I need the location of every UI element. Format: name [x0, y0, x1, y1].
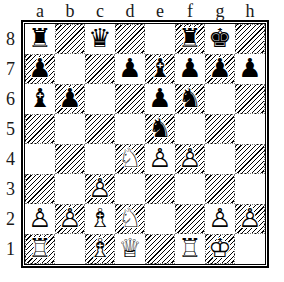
white-queen-icon: ♛♕: [115, 234, 145, 264]
piece-fill-layer: ♟: [115, 54, 145, 84]
piece-glyph: ♟: [175, 54, 205, 84]
piece-fill-layer: ♟: [236, 205, 264, 233]
piece-glyph: ♕: [115, 234, 145, 264]
white-bishop-icon: ♝♗: [86, 235, 114, 263]
rank-label-6: 6: [0, 84, 21, 114]
black-bishop-icon: ♝♝: [146, 55, 174, 83]
black-pawn-icon: ♟♟: [235, 54, 265, 84]
square-h5[interactable]: [235, 114, 265, 144]
piece-fill-layer: ♜: [175, 234, 205, 264]
square-d3[interactable]: [115, 174, 145, 204]
black-king-icon: ♚♚: [205, 24, 235, 54]
square-f4[interactable]: ♟♙: [175, 144, 205, 174]
file-label-b: b: [55, 2, 85, 20]
piece-glyph: ♟: [235, 54, 265, 84]
piece-fill-layer: ♛: [115, 234, 145, 264]
square-f8[interactable]: ♜♜: [175, 24, 205, 54]
white-knight-icon: ♞♘: [116, 205, 144, 233]
board-grid: ♜♜♛♛♜♜♚♚♟♟♟♟♝♝♟♟♟♟♟♟♝♝♟♟♟♟♞♞♞♞♞♘♟♙♟♙♟♙♟♙…: [25, 24, 265, 264]
black-pawn-icon: ♟♟: [145, 84, 175, 114]
piece-glyph: ♙: [25, 204, 55, 234]
piece-glyph: ♙: [145, 144, 175, 174]
piece-glyph: ♙: [205, 204, 235, 234]
piece-glyph: ♚: [205, 24, 235, 54]
square-f1[interactable]: ♜♖: [175, 234, 205, 264]
square-h2[interactable]: ♟♙: [235, 204, 265, 234]
white-bishop-icon: ♝♗: [85, 204, 115, 234]
square-b2[interactable]: ♟♙: [55, 204, 85, 234]
black-pawn-icon: ♟♟: [115, 54, 145, 84]
file-label-c: c: [85, 2, 115, 20]
white-rook-icon: ♜♖: [175, 234, 205, 264]
piece-glyph: ♟: [56, 85, 84, 113]
white-pawn-icon: ♟♙: [205, 204, 235, 234]
square-c1[interactable]: ♝♗: [85, 234, 115, 264]
square-e7[interactable]: ♝♝: [145, 54, 175, 84]
black-pawn-icon: ♟♟: [206, 55, 234, 83]
piece-fill-layer: ♞: [146, 115, 174, 143]
square-a8[interactable]: ♜♜: [25, 24, 55, 54]
square-e4[interactable]: ♟♙: [145, 144, 175, 174]
rank-label-1: 1: [0, 234, 21, 264]
square-g8[interactable]: ♚♚: [205, 24, 235, 54]
white-knight-icon: ♞♘: [116, 145, 144, 173]
rank-label-5: 5: [0, 114, 21, 144]
square-d2[interactable]: ♞♘: [115, 204, 145, 234]
file-label-g: g: [205, 2, 235, 20]
square-c4[interactable]: [85, 144, 115, 174]
rank-label-2: 2: [0, 204, 21, 234]
square-a7[interactable]: ♟♟: [25, 54, 55, 84]
square-g2[interactable]: ♟♙: [205, 204, 235, 234]
square-e1[interactable]: [145, 234, 175, 264]
chess-diagram: abcdefgh 87654321 ♜♜♛♛♜♜♚♚♟♟♟♟♝♝♟♟♟♟♟♟♝♝…: [0, 0, 284, 282]
white-pawn-icon: ♟♙: [236, 205, 264, 233]
square-f7[interactable]: ♟♟: [175, 54, 205, 84]
piece-glyph: ♜: [25, 24, 55, 54]
square-c2[interactable]: ♝♗: [85, 204, 115, 234]
white-pawn-icon: ♟♙: [176, 145, 204, 173]
piece-fill-layer: ♜: [25, 24, 55, 54]
piece-glyph: ♞: [176, 85, 204, 113]
square-c8[interactable]: ♛♛: [85, 24, 115, 54]
square-h4[interactable]: [235, 144, 265, 174]
piece-fill-layer: ♟: [205, 204, 235, 234]
file-label-a: a: [25, 2, 55, 20]
square-d7[interactable]: ♟♟: [115, 54, 145, 84]
square-d8[interactable]: [115, 24, 145, 54]
piece-glyph: ♙: [86, 175, 114, 203]
square-d4[interactable]: ♞♘: [115, 144, 145, 174]
square-h6[interactable]: [235, 84, 265, 114]
file-labels: abcdefgh: [25, 0, 284, 20]
square-a4[interactable]: [25, 144, 55, 174]
piece-fill-layer: ♟: [235, 54, 265, 84]
square-e2[interactable]: [145, 204, 175, 234]
square-a5[interactable]: [25, 114, 55, 144]
square-a1[interactable]: ♜♖: [25, 234, 55, 264]
piece-fill-layer: ♝: [146, 55, 174, 83]
piece-fill-layer: ♝: [85, 204, 115, 234]
square-c7[interactable]: [85, 54, 115, 84]
piece-fill-layer: ♟: [176, 145, 204, 173]
square-g1[interactable]: ♚♔: [205, 234, 235, 264]
square-e6[interactable]: ♟♟: [145, 84, 175, 114]
rank-label-4: 4: [0, 144, 21, 174]
square-b1[interactable]: [55, 234, 85, 264]
square-c5[interactable]: [85, 114, 115, 144]
square-h1[interactable]: [235, 234, 265, 264]
file-label-h: h: [235, 2, 265, 20]
piece-fill-layer: ♟: [175, 54, 205, 84]
black-pawn-icon: ♟♟: [175, 54, 205, 84]
square-f5[interactable]: [175, 114, 205, 144]
square-d1[interactable]: ♛♕: [115, 234, 145, 264]
square-c6[interactable]: [85, 84, 115, 114]
square-e5[interactable]: ♞♞: [145, 114, 175, 144]
square-f3[interactable]: [175, 174, 205, 204]
piece-glyph: ♗: [85, 204, 115, 234]
piece-glyph: ♝: [146, 55, 174, 83]
square-e8[interactable]: [145, 24, 175, 54]
piece-glyph: ♟: [115, 54, 145, 84]
square-a6[interactable]: ♝♝: [25, 84, 55, 114]
piece-glyph: ♙: [176, 145, 204, 173]
black-knight-icon: ♞♞: [146, 115, 174, 143]
board-inner-frame: ♜♜♛♛♜♜♚♚♟♟♟♟♝♝♟♟♟♟♟♟♝♝♟♟♟♟♞♞♞♞♞♘♟♙♟♙♟♙♟♙…: [24, 23, 266, 265]
rank-label-3: 3: [0, 174, 21, 204]
piece-glyph: ♖: [26, 235, 54, 263]
piece-fill-layer: ♜: [26, 235, 54, 263]
square-b4[interactable]: [55, 144, 85, 174]
black-queen-icon: ♛♛: [85, 24, 115, 54]
piece-fill-layer: ♜: [176, 25, 204, 53]
white-pawn-icon: ♟♙: [86, 175, 114, 203]
piece-fill-layer: ♞: [116, 145, 144, 173]
white-king-icon: ♚♔: [206, 235, 234, 263]
piece-glyph: ♖: [175, 234, 205, 264]
piece-glyph: ♘: [116, 145, 144, 173]
piece-fill-layer: ♝: [25, 84, 55, 114]
square-f2[interactable]: [175, 204, 205, 234]
piece-glyph: ♙: [56, 205, 84, 233]
piece-glyph: ♟: [26, 55, 54, 83]
piece-fill-layer: ♞: [176, 85, 204, 113]
square-g6[interactable]: [205, 84, 235, 114]
white-pawn-icon: ♟♙: [56, 205, 84, 233]
piece-fill-layer: ♚: [205, 24, 235, 54]
black-rook-icon: ♜♜: [25, 24, 55, 54]
file-label-d: d: [115, 2, 145, 20]
black-pawn-icon: ♟♟: [56, 85, 84, 113]
piece-fill-layer: ♟: [56, 205, 84, 233]
piece-fill-layer: ♟: [145, 144, 175, 174]
square-h7[interactable]: ♟♟: [235, 54, 265, 84]
file-label-f: f: [175, 2, 205, 20]
piece-glyph: ♙: [236, 205, 264, 233]
black-pawn-icon: ♟♟: [26, 55, 54, 83]
rank-label-7: 7: [0, 54, 21, 84]
piece-glyph: ♘: [116, 205, 144, 233]
piece-glyph: ♜: [176, 25, 204, 53]
square-h8[interactable]: [235, 24, 265, 54]
square-d6[interactable]: [115, 84, 145, 114]
black-knight-icon: ♞♞: [176, 85, 204, 113]
square-g4[interactable]: [205, 144, 235, 174]
square-a3[interactable]: [25, 174, 55, 204]
file-label-e: e: [145, 2, 175, 20]
square-g3[interactable]: [205, 174, 235, 204]
white-pawn-icon: ♟♙: [145, 144, 175, 174]
square-d5[interactable]: [115, 114, 145, 144]
square-c3[interactable]: ♟♙: [85, 174, 115, 204]
piece-glyph: ♞: [146, 115, 174, 143]
piece-glyph: ♟: [145, 84, 175, 114]
white-pawn-icon: ♟♙: [25, 204, 55, 234]
black-rook-icon: ♜♜: [176, 25, 204, 53]
square-f6[interactable]: ♞♞: [175, 84, 205, 114]
piece-fill-layer: ♝: [86, 235, 114, 263]
piece-fill-layer: ♟: [86, 175, 114, 203]
piece-fill-layer: ♚: [206, 235, 234, 263]
black-bishop-icon: ♝♝: [25, 84, 55, 114]
square-b8[interactable]: [55, 24, 85, 54]
square-b3[interactable]: [55, 174, 85, 204]
piece-fill-layer: ♟: [206, 55, 234, 83]
rank-label-8: 8: [0, 24, 21, 54]
piece-fill-layer: ♟: [56, 85, 84, 113]
piece-glyph: ♟: [206, 55, 234, 83]
piece-fill-layer: ♞: [116, 205, 144, 233]
piece-glyph: ♗: [86, 235, 114, 263]
piece-fill-layer: ♛: [85, 24, 115, 54]
piece-fill-layer: ♟: [145, 84, 175, 114]
piece-glyph: ♛: [85, 24, 115, 54]
white-rook-icon: ♜♖: [26, 235, 54, 263]
board-frame: ♜♜♛♛♜♜♚♚♟♟♟♟♝♝♟♟♟♟♟♟♝♝♟♟♟♟♞♞♞♞♞♘♟♙♟♙♟♙♟♙…: [21, 20, 269, 268]
square-a2[interactable]: ♟♙: [25, 204, 55, 234]
square-b5[interactable]: [55, 114, 85, 144]
piece-fill-layer: ♟: [25, 204, 55, 234]
square-b6[interactable]: ♟♟: [55, 84, 85, 114]
square-e3[interactable]: [145, 174, 175, 204]
rank-labels: 87654321: [0, 20, 21, 264]
piece-glyph: ♝: [25, 84, 55, 114]
piece-glyph: ♔: [206, 235, 234, 263]
piece-fill-layer: ♟: [26, 55, 54, 83]
square-b7[interactable]: [55, 54, 85, 84]
square-g5[interactable]: [205, 114, 235, 144]
square-g7[interactable]: ♟♟: [205, 54, 235, 84]
square-h3[interactable]: [235, 174, 265, 204]
